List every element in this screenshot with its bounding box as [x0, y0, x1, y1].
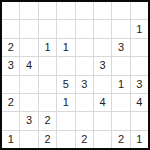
empty-cell-r5c6[interactable] — [94, 76, 111, 93]
empty-cell-r7c7[interactable] — [112, 112, 129, 129]
empty-cell-r2c1[interactable] — [2, 20, 19, 37]
clue-cell-r7c3: 2 — [39, 112, 56, 129]
empty-cell-r1c8[interactable] — [131, 2, 148, 19]
clue-cell-r4c6: 3 — [94, 57, 111, 74]
empty-cell-r1c7[interactable] — [112, 2, 129, 19]
empty-cell-r2c7[interactable] — [112, 20, 129, 37]
empty-cell-r7c8[interactable] — [131, 112, 148, 129]
clue-cell-r6c4: 1 — [57, 94, 74, 111]
empty-cell-r7c5[interactable] — [76, 112, 93, 129]
empty-cell-r1c2[interactable] — [20, 2, 37, 19]
empty-cell-r6c7[interactable] — [112, 94, 129, 111]
empty-cell-r2c6[interactable] — [94, 20, 111, 37]
clue-cell-r6c1: 2 — [2, 94, 19, 111]
clue-cell-r8c5: 2 — [76, 131, 93, 148]
empty-cell-r4c3[interactable] — [39, 57, 56, 74]
clue-cell-r8c7: 2 — [112, 131, 129, 148]
clue-cell-r3c3: 1 — [39, 39, 56, 56]
empty-cell-r6c2[interactable] — [20, 94, 37, 111]
empty-cell-r4c7[interactable] — [112, 57, 129, 74]
empty-cell-r1c6[interactable] — [94, 2, 111, 19]
puzzle-board: 12113343531321443212221 — [0, 0, 150, 150]
empty-cell-r3c5[interactable] — [76, 39, 93, 56]
empty-cell-r4c8[interactable] — [131, 57, 148, 74]
clue-cell-r3c7: 3 — [112, 39, 129, 56]
empty-cell-r5c1[interactable] — [2, 76, 19, 93]
empty-cell-r2c4[interactable] — [57, 20, 74, 37]
empty-cell-r3c6[interactable] — [94, 39, 111, 56]
empty-cell-r2c2[interactable] — [20, 20, 37, 37]
empty-cell-r7c4[interactable] — [57, 112, 74, 129]
empty-cell-r5c2[interactable] — [20, 76, 37, 93]
empty-cell-r8c2[interactable] — [20, 131, 37, 148]
clue-cell-r8c8: 1 — [131, 131, 148, 148]
empty-cell-r6c3[interactable] — [39, 94, 56, 111]
empty-cell-r3c8[interactable] — [131, 39, 148, 56]
clue-cell-r4c1: 3 — [2, 57, 19, 74]
clue-cell-r6c8: 4 — [131, 94, 148, 111]
empty-cell-r7c1[interactable] — [2, 112, 19, 129]
empty-cell-r2c5[interactable] — [76, 20, 93, 37]
empty-cell-r3c2[interactable] — [20, 39, 37, 56]
empty-cell-r5c3[interactable] — [39, 76, 56, 93]
empty-cell-r2c3[interactable] — [39, 20, 56, 37]
empty-cell-r8c6[interactable] — [94, 131, 111, 148]
clue-cell-r2c8: 1 — [131, 20, 148, 37]
clue-cell-r8c1: 1 — [2, 131, 19, 148]
clue-cell-r5c7: 1 — [112, 76, 129, 93]
clue-cell-r5c4: 5 — [57, 76, 74, 93]
clue-cell-r5c5: 3 — [76, 76, 93, 93]
clue-cell-r4c2: 4 — [20, 57, 37, 74]
empty-cell-r1c1[interactable] — [2, 2, 19, 19]
clue-cell-r3c4: 1 — [57, 39, 74, 56]
empty-cell-r1c5[interactable] — [76, 2, 93, 19]
clue-cell-r3c1: 2 — [2, 39, 19, 56]
empty-cell-r6c5[interactable] — [76, 94, 93, 111]
empty-cell-r7c6[interactable] — [94, 112, 111, 129]
empty-cell-r8c4[interactable] — [57, 131, 74, 148]
empty-cell-r4c4[interactable] — [57, 57, 74, 74]
empty-cell-r4c5[interactable] — [76, 57, 93, 74]
clue-cell-r8c3: 2 — [39, 131, 56, 148]
clue-cell-r5c8: 3 — [131, 76, 148, 93]
clue-cell-r7c2: 3 — [20, 112, 37, 129]
empty-cell-r1c4[interactable] — [57, 2, 74, 19]
empty-cell-r1c3[interactable] — [39, 2, 56, 19]
clue-cell-r6c6: 4 — [94, 94, 111, 111]
